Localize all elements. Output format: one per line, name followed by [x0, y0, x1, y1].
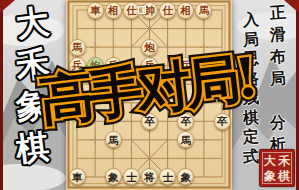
char: 正	[269, 4, 286, 21]
char: 定	[242, 128, 259, 145]
piece-black-車: 車	[69, 168, 86, 185]
left-red-edge	[0, 0, 3, 190]
char: 入	[242, 11, 259, 28]
piece-red-相: 相	[177, 2, 194, 19]
piece-red-仕: 仕	[159, 2, 176, 19]
char: 式	[242, 148, 259, 165]
xiangqi-video-thumbnail: 車相仕帥仕相馬馬炮兵炮兵兵兵兵卒卒卒馬馬車象士将士象 大禾象棋 正滑布局分析 入…	[0, 0, 299, 190]
piece-red-相: 相	[105, 2, 122, 19]
char: 象	[263, 168, 277, 183]
channel-seal: 大禾象棋	[259, 149, 295, 187]
char: 棋	[277, 168, 291, 183]
char: 大	[14, 4, 51, 42]
char: 禾	[277, 153, 291, 168]
piece-red-馬: 馬	[195, 2, 212, 19]
char: 大	[263, 153, 277, 168]
last-move-origin-marker	[138, 6, 146, 14]
right-red-edge	[296, 0, 299, 190]
piece-red-車: 車	[87, 2, 104, 19]
